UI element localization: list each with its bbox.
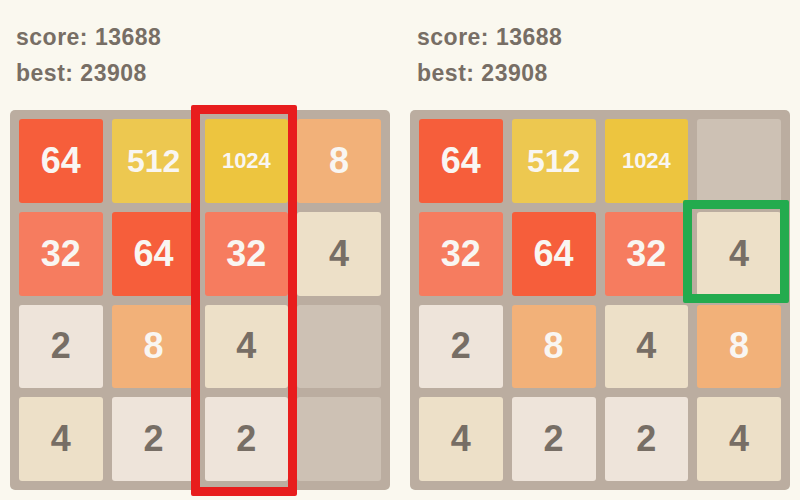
score-value: 13688 — [496, 24, 562, 50]
score-label: score: — [417, 24, 489, 50]
right-score-header: score: 13688 best: 23908 — [417, 19, 562, 91]
empty-cell — [297, 305, 381, 389]
tile-32: 32 — [419, 212, 503, 296]
tile-8: 8 — [697, 305, 781, 389]
score-display: score: 13688 — [417, 19, 562, 55]
tile-4: 4 — [605, 305, 689, 389]
best-value: 23908 — [481, 60, 547, 86]
tile-64: 64 — [19, 119, 103, 203]
score-display: score: 13688 — [16, 19, 161, 55]
best-display: best: 23908 — [16, 55, 161, 91]
best-label: best: — [16, 60, 73, 86]
tile-1024: 1024 — [605, 119, 689, 203]
tile-512: 512 — [112, 119, 196, 203]
tile-4: 4 — [19, 397, 103, 481]
score-label: score: — [16, 24, 88, 50]
tile-8: 8 — [297, 119, 381, 203]
tile-4: 4 — [697, 397, 781, 481]
tile-512: 512 — [512, 119, 596, 203]
tile-8: 8 — [112, 305, 196, 389]
tile-4: 4 — [297, 212, 381, 296]
best-label: best: — [417, 60, 474, 86]
empty-cell — [697, 119, 781, 203]
tile-32: 32 — [19, 212, 103, 296]
tile-2: 2 — [512, 397, 596, 481]
tile-64: 64 — [419, 119, 503, 203]
tile-2: 2 — [19, 305, 103, 389]
tile-32: 32 — [605, 212, 689, 296]
tile-2: 2 — [605, 397, 689, 481]
tile-2: 2 — [419, 305, 503, 389]
score-value: 13688 — [95, 24, 161, 50]
stage: score: 13688 best: 23908 score: 13688 be… — [0, 0, 800, 500]
tile-64: 64 — [512, 212, 596, 296]
left-score-header: score: 13688 best: 23908 — [16, 19, 161, 91]
empty-cell — [297, 397, 381, 481]
tile-2: 2 — [112, 397, 196, 481]
red-column-highlight — [191, 105, 297, 496]
best-value: 23908 — [80, 60, 146, 86]
best-display: best: 23908 — [417, 55, 562, 91]
tile-64: 64 — [112, 212, 196, 296]
tile-4: 4 — [419, 397, 503, 481]
tile-8: 8 — [512, 305, 596, 389]
green-cell-highlight — [683, 200, 789, 303]
